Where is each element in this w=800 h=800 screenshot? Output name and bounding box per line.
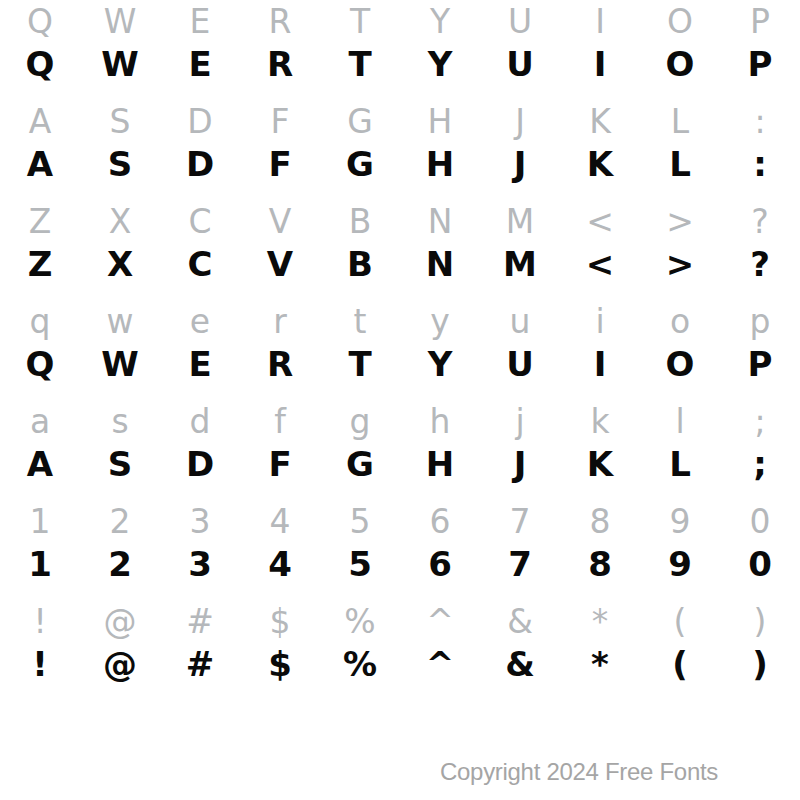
- glyph-char: (: [672, 647, 688, 681]
- preview-char: U: [508, 5, 532, 38]
- glyph-char: W: [101, 47, 139, 81]
- preview-char: 1: [30, 505, 51, 538]
- glyph-char: F: [268, 147, 291, 181]
- glyph-char: <: [586, 247, 615, 281]
- glyph-char: Z: [28, 247, 53, 281]
- glyph-char: P: [748, 347, 773, 381]
- preview-char: 8: [590, 505, 611, 538]
- glyph-char: %: [343, 647, 377, 681]
- char-row-pair-5: asdfghjkl;ASDFGHJKL;: [0, 400, 800, 500]
- preview-char: ?: [751, 205, 769, 238]
- preview-row: 1234567890: [0, 500, 800, 542]
- glyph-char: :: [753, 147, 767, 181]
- glyph-char: V: [267, 247, 293, 281]
- glyph-char: J: [514, 147, 527, 181]
- preview-char: Q: [27, 5, 53, 38]
- glyph-char: C: [188, 247, 213, 281]
- copyright-text: Copyright 2024 Free Fonts: [440, 758, 718, 786]
- glyph-char: P: [748, 47, 773, 81]
- preview-char: #: [186, 605, 214, 638]
- glyph-char: 4: [268, 547, 292, 581]
- preview-char: $: [270, 605, 291, 638]
- glyph-char: U: [506, 47, 534, 81]
- glyph-char: Q: [26, 47, 55, 81]
- preview-char: r: [273, 305, 287, 338]
- preview-char: F: [271, 105, 290, 138]
- glyph-char: T: [348, 347, 371, 381]
- glyph-char: K: [587, 147, 613, 181]
- preview-char: R: [269, 5, 292, 38]
- preview-char: *: [592, 605, 609, 638]
- glyph-char: E: [188, 47, 211, 81]
- glyph-char: 0: [748, 547, 772, 581]
- glyph-char: N: [426, 247, 454, 281]
- preview-char: w: [107, 305, 134, 338]
- preview-char: K: [589, 105, 611, 138]
- preview-char: l: [675, 405, 684, 438]
- preview-char: I: [595, 5, 605, 38]
- preview-char: X: [109, 205, 132, 238]
- preview-char: ): [754, 605, 767, 638]
- glyph-char: X: [107, 247, 133, 281]
- glyph-char: 8: [588, 547, 612, 581]
- preview-char: t: [354, 305, 367, 338]
- glyph-char: A: [27, 447, 53, 481]
- preview-char: (: [674, 605, 687, 638]
- font-specimen-sheet: QWERTYUIOPQWERTYUIOPASDFGHJKL:ASDFGHJKL:…: [0, 0, 800, 800]
- preview-char: u: [510, 305, 531, 338]
- glyph-char: K: [587, 447, 613, 481]
- preview-char: D: [187, 105, 212, 138]
- glyph-char: T: [348, 47, 371, 81]
- preview-char: o: [670, 305, 690, 338]
- glyph-char: Q: [26, 347, 55, 381]
- glyph-char: F: [268, 447, 291, 481]
- preview-char: 5: [350, 505, 371, 538]
- preview-char: V: [269, 205, 292, 238]
- glyph-char: H: [426, 447, 454, 481]
- preview-char: j: [515, 405, 524, 438]
- preview-row: QWERTYUIOP: [0, 0, 800, 42]
- preview-char: Z: [29, 205, 52, 238]
- preview-char: C: [188, 205, 211, 238]
- preview-char: k: [590, 405, 609, 438]
- preview-char: 0: [750, 505, 771, 538]
- preview-char: !: [33, 605, 46, 638]
- preview-char: ;: [754, 405, 765, 438]
- preview-char: 3: [190, 505, 211, 538]
- preview-char: i: [595, 305, 604, 338]
- preview-char: <: [586, 205, 614, 238]
- char-row-pair-3: ZXCVBNM<>?ZXCVBNM<>?: [0, 200, 800, 300]
- glyph-row: 1234567890: [0, 542, 800, 586]
- glyph-char: W: [101, 347, 139, 381]
- preview-row: ZXCVBNM<>?: [0, 200, 800, 242]
- preview-char: f: [274, 405, 286, 438]
- character-map-grid: QWERTYUIOPQWERTYUIOPASDFGHJKL:ASDFGHJKL:…: [0, 0, 800, 700]
- preview-char: p: [750, 305, 771, 338]
- preview-char: d: [190, 405, 211, 438]
- preview-char: a: [30, 405, 50, 438]
- preview-char: 7: [510, 505, 531, 538]
- preview-char: J: [515, 105, 525, 138]
- glyph-char: &: [505, 647, 535, 681]
- preview-char: Y: [430, 5, 450, 38]
- preview-row: asdfghjkl;: [0, 400, 800, 442]
- preview-char: S: [110, 105, 131, 138]
- char-row-pair-2: ASDFGHJKL:ASDFGHJKL:: [0, 100, 800, 200]
- glyph-char: Y: [428, 47, 453, 81]
- preview-char: W: [104, 5, 137, 38]
- preview-char: O: [667, 5, 693, 38]
- glyph-char: Y: [428, 347, 453, 381]
- glyph-char: I: [594, 47, 607, 81]
- glyph-char: 5: [348, 547, 372, 581]
- glyph-char: E: [188, 347, 211, 381]
- preview-char: h: [430, 405, 451, 438]
- glyph-char: O: [666, 47, 695, 81]
- preview-char: P: [750, 5, 770, 38]
- glyph-char: #: [186, 647, 215, 681]
- preview-row: ASDFGHJKL:: [0, 100, 800, 142]
- glyph-char: G: [346, 447, 374, 481]
- glyph-char: H: [426, 147, 454, 181]
- preview-row: qwertyuiop: [0, 300, 800, 342]
- glyph-char: S: [108, 447, 133, 481]
- preview-char: E: [190, 5, 211, 38]
- preview-char: 4: [270, 505, 291, 538]
- glyph-row: ASDFGHJKL:: [0, 142, 800, 186]
- glyph-char: L: [669, 447, 691, 481]
- preview-char: 2: [110, 505, 131, 538]
- char-row-pair-6: 12345678901234567890: [0, 500, 800, 600]
- preview-char: @: [104, 605, 137, 638]
- glyph-char: *: [591, 647, 609, 681]
- preview-char: ^: [426, 605, 454, 638]
- glyph-char: 9: [668, 547, 692, 581]
- preview-char: e: [190, 305, 210, 338]
- glyph-row: ZXCVBNM<>?: [0, 242, 800, 286]
- glyph-char: O: [666, 347, 695, 381]
- preview-char: H: [428, 105, 453, 138]
- preview-char: M: [506, 205, 534, 238]
- glyph-char: @: [103, 647, 137, 681]
- preview-char: >: [666, 205, 694, 238]
- glyph-char: >: [666, 247, 695, 281]
- preview-char: G: [347, 105, 373, 138]
- char-row-pair-1: QWERTYUIOPQWERTYUIOP: [0, 0, 800, 100]
- glyph-row: QWERTYUIOP: [0, 42, 800, 86]
- glyph-char: D: [186, 147, 214, 181]
- glyph-char: A: [27, 147, 53, 181]
- preview-char: 6: [430, 505, 451, 538]
- glyph-char: D: [186, 447, 214, 481]
- glyph-char: 6: [428, 547, 452, 581]
- glyph-char: R: [267, 347, 293, 381]
- preview-char: L: [671, 105, 689, 138]
- glyph-char: U: [506, 347, 534, 381]
- glyph-row: !@#$%^&*(): [0, 642, 800, 686]
- preview-row: !@#$%^&*(): [0, 600, 800, 642]
- glyph-char: S: [108, 147, 133, 181]
- preview-char: &: [507, 605, 533, 638]
- preview-char: g: [350, 405, 371, 438]
- glyph-row: ASDFGHJKL;: [0, 442, 800, 486]
- preview-char: q: [30, 305, 51, 338]
- preview-char: s: [111, 405, 128, 438]
- char-row-pair-4: qwertyuiopQWERTYUIOP: [0, 300, 800, 400]
- glyph-char: ;: [753, 447, 767, 481]
- glyph-char: ): [752, 647, 768, 681]
- glyph-char: R: [267, 47, 293, 81]
- glyph-char: L: [669, 147, 691, 181]
- preview-char: :: [754, 105, 765, 138]
- glyph-char: I: [594, 347, 607, 381]
- glyph-row: QWERTYUIOP: [0, 342, 800, 386]
- glyph-char: G: [346, 147, 374, 181]
- preview-char: %: [344, 605, 375, 638]
- glyph-char: 3: [188, 547, 212, 581]
- glyph-char: 7: [508, 547, 532, 581]
- preview-char: y: [430, 305, 450, 338]
- glyph-char: 2: [108, 547, 132, 581]
- glyph-char: B: [347, 247, 373, 281]
- preview-char: T: [350, 5, 370, 38]
- glyph-char: 1: [28, 547, 52, 581]
- preview-char: 9: [670, 505, 691, 538]
- preview-char: A: [29, 105, 52, 138]
- glyph-char: M: [503, 247, 537, 281]
- glyph-char: !: [32, 647, 48, 681]
- preview-char: N: [428, 205, 453, 238]
- glyph-char: ^: [426, 647, 455, 681]
- preview-char: B: [349, 205, 372, 238]
- glyph-char: ?: [750, 247, 770, 281]
- char-row-pair-7: !@#$%^&*()!@#$%^&*(): [0, 600, 800, 700]
- glyph-char: $: [268, 647, 292, 681]
- glyph-char: J: [514, 447, 527, 481]
